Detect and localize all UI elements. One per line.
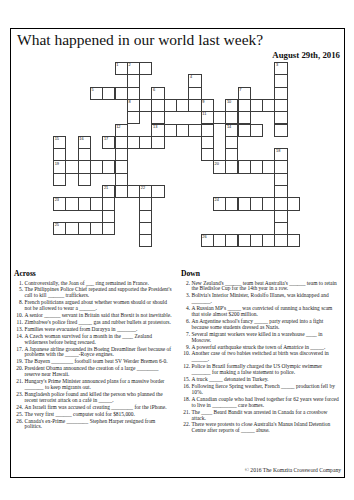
grid-cell-r7c14[interactable] [225,148,238,161]
clue-text: French politicians argued about whether … [25,300,175,312]
grid-cell-r14c14[interactable] [225,234,238,247]
clue-across-20: 20.President Obama announced the creatio… [14,366,174,378]
grid-cell-r10c6[interactable] [127,185,140,198]
grid-cell-r13c0[interactable]: 25 [53,222,66,235]
clue-text: A Canadian couple who had lived together… [192,397,342,409]
grid-cell-r11c16[interactable] [250,197,263,210]
clue-number: 7. [181,332,192,344]
clue-text: The ____ Beard Bandit was arrested in Ca… [192,410,342,422]
clue-text: Several migrant workers were killed in a… [192,332,342,344]
clue-down-21: 21.The ____ Beard Bandit was arrested in… [181,410,341,422]
grid-cell-r3c14[interactable]: 10 [225,99,238,112]
clue-text: The Philippines Police Chief repeated an… [25,287,175,299]
grid-cell-r5c15[interactable] [238,124,251,137]
grid-cell-r9c0[interactable] [53,173,66,186]
copyright-notice: © 2016 The Komzita Crossword Company [245,467,341,473]
clue-number: 2. [181,281,192,293]
cell-number: 12 [116,125,120,129]
grid-cell-r3c8[interactable] [151,99,164,112]
grid-cell-r5c9[interactable] [164,124,177,137]
grid-cell-r2c15[interactable]: 7 [238,87,251,100]
clue-across-14: 14.A Czech woman survived for a month in… [14,334,174,346]
grid-cell-r11c18[interactable] [274,197,287,210]
clue-text: A Russian MP's _____ was convicted of ru… [192,306,342,318]
clue-number: 3. [181,293,192,305]
clue-number: 24. [14,405,25,411]
clue-down-3: 3.Bolivia's Interior Minister, Rodolfo I… [181,293,341,305]
clue-number: 4. [181,306,192,318]
clue-number: 21. [14,379,25,391]
grid-cell-r1c18[interactable] [274,74,287,87]
grid-cell-r8c15[interactable] [238,160,251,173]
cell-number: 2 [128,63,130,67]
clue-down-16: 16.Following fierce Spring weather, Fren… [181,384,341,396]
grid-cell-r10c4[interactable]: 21 [102,185,115,198]
cell-number: 20 [215,162,219,166]
grid-cell-r10c18[interactable] [274,185,287,198]
clue-number: 16. [181,384,192,396]
clue-number: 26. [14,419,25,431]
grid-cell-r10c5[interactable] [115,185,128,198]
grid-cell-r1c6[interactable] [127,74,140,87]
clue-across-8: 8.French politicians argued about whethe… [14,300,174,312]
grid-cell-r8c17[interactable] [262,160,275,173]
grid-cell-r3c10[interactable] [176,99,189,112]
page-border: What happened in our world last week? Au… [10,28,345,478]
grid-cell-r6c12[interactable] [201,136,214,149]
grid-cell-r14c12[interactable]: 26 [201,234,214,247]
grid-cell-r14c17[interactable] [262,234,275,247]
grid-cell-r5c12[interactable] [201,124,214,137]
grid-cell-r6c5[interactable] [115,136,128,149]
down-clue-list: 2.New Zealand's ______ team beat Austral… [181,281,341,435]
grid-cell-r6c2[interactable]: 16 [78,136,91,149]
clue-text: Bolivia's Interior Minister, Rodolfo Ill… [192,293,342,305]
grid-cell-r13c1[interactable] [65,222,78,235]
grid-cell-r2c6[interactable] [127,87,140,100]
down-header: Down [181,269,341,278]
grid-cell-r2c3[interactable]: 5 [90,87,103,100]
grid-cell-r13c4[interactable] [102,222,115,235]
grid-cell-r1c11[interactable]: 4 [188,74,201,87]
grid-cell-r13c7[interactable] [139,222,152,235]
grid-cell-r8c1[interactable] [65,160,78,173]
cell-number: 5 [92,88,94,92]
grid-cell-r8c14[interactable] [225,160,238,173]
grid-cell-r14c16[interactable] [250,234,263,247]
clue-text: Following fierce Spring weather, French … [192,384,342,396]
grid-cell-r3c18[interactable] [274,99,287,112]
clue-text: The very first ______ computer sold for … [25,412,175,418]
cell-number: 15 [55,137,59,141]
grid-cell-r7c12[interactable] [201,148,214,161]
grid-cell-r0c18[interactable]: 3 [274,62,287,75]
crossword-grid: 1234567891011121314151617181920212223242… [53,62,301,249]
cell-number: 13 [153,125,157,129]
grid-cell-r4c12[interactable]: 11 [201,111,214,124]
clue-text: New Zealand's ______ team beat Australia… [192,281,342,293]
cell-number: 23 [55,198,59,202]
clue-down-12: 12.Police in Brazil formally charged the… [181,364,341,376]
grid-cell-r3c7[interactable] [139,99,152,112]
grid-cell-r6c4[interactable]: 17 [102,136,115,149]
clue-across-11: 11.Zimbabwe's police fired _____ gas and… [14,320,174,326]
grid-cell-r12c4[interactable] [102,210,115,223]
clue-text: A Japanese airline grounded its Boeing D… [25,347,175,359]
clue-down-6: 6.An Argentine school's fancy _____ part… [181,319,341,331]
clue-text: Families were evacuated from Darayya in … [25,327,175,333]
grid-cell-r13c2[interactable] [78,222,91,235]
grid-cell-r3c16[interactable] [250,99,263,112]
cell-number: 3 [276,63,278,67]
grid-cell-r5c18[interactable] [274,124,287,137]
across-column: Across 1.Controversially, the Joan of __… [14,269,174,435]
grid-cell-r4c13[interactable] [213,111,226,124]
grid-cell-r3c17[interactable] [262,99,275,112]
grid-cell-r5c10[interactable] [176,124,189,137]
grid-cell-r9c5[interactable] [115,173,128,186]
grid-cell-r4c15[interactable] [238,111,251,124]
cell-number: 6 [153,88,155,92]
clue-number: 8. [14,300,25,312]
grid-cell-r5c11[interactable] [188,124,201,137]
clue-across-26: 26.Canada's ex-Prime ________ Stephen Ha… [14,419,174,431]
grid-cell-r7c18[interactable]: 18 [274,148,287,161]
grid-cell-r11c15[interactable] [238,197,251,210]
grid-cell-r4c6[interactable] [127,111,140,124]
grid-cell-r11c13[interactable]: 24 [213,197,226,210]
grid-cell-r7c0[interactable] [53,148,66,161]
cell-number: 14 [227,125,231,129]
grid-cell-r4c18[interactable] [274,111,287,124]
clue-text: Bangladesh police found and killed the p… [25,392,175,404]
clue-across-25: 25.The very first ______ computer sold f… [14,412,174,418]
cell-number: 10 [227,100,231,104]
clue-number: 11. [14,320,25,326]
grid-cell-r14c13[interactable] [213,234,226,247]
grid-cell-r3c15[interactable] [238,99,251,112]
clue-text: An Israeli firm was accused of creating … [25,405,175,411]
grid-cell-r0c7[interactable] [139,62,152,75]
clue-number: 10. [181,351,192,363]
clue-number: 12. [181,364,192,376]
grid-cell-r14c15[interactable] [238,234,251,247]
clue-across-17: 17.A Japanese airline grounded its Boein… [14,347,174,359]
clue-number: 20. [14,366,25,378]
clue-number: 23. [14,392,25,404]
grid-cell-r13c18[interactable] [274,222,287,235]
clue-across-23: 23.Bangladesh police found and killed th… [14,392,174,404]
grid-cell-r3c6[interactable]: 8 [127,99,140,112]
clue-text: Hungary's Prime Minister announced plans… [25,379,175,391]
grid-cell-r4c14[interactable] [225,111,238,124]
grid-cell-r5c8[interactable]: 13 [151,124,164,137]
down-column: Down 2.New Zealand's ______ team beat Au… [181,269,341,435]
grid-cell-r8c16[interactable] [250,160,263,173]
grid-cell-r11c19[interactable] [287,197,300,210]
grid-cell-r7c5[interactable] [115,148,128,161]
grid-cell-r3c12[interactable]: 9 [201,99,214,112]
clue-number: 6. [181,319,192,331]
clue-text: Canada's ex-Prime ________ Stephen Harpe… [25,419,175,431]
grid-cell-r9c2[interactable] [78,173,91,186]
grid-cell-r2c8[interactable]: 6 [151,87,164,100]
grid-cell-r6c0[interactable]: 15 [53,136,66,149]
grid-cell-r11c17[interactable] [262,197,275,210]
cell-number: 18 [276,149,280,153]
clue-down-22: 22.There were protests to close Australi… [181,422,341,434]
clue-number: 22. [181,422,192,434]
clues-section: Across 1.Controversially, the Joan of __… [14,269,341,435]
cell-number: 24 [215,198,219,202]
grid-cell-r11c0[interactable]: 23 [53,197,66,210]
cell-number: 21 [104,186,108,190]
grid-cell-r6c6[interactable] [127,136,140,149]
clue-down-10: 10.Another case of two babies switched a… [181,351,341,363]
clue-across-13: 13.Families were evacuated from Darayya … [14,327,174,333]
grid-cell-r3c9[interactable] [164,99,177,112]
clue-number: 21. [181,410,192,422]
cell-number: 11 [202,112,206,116]
clue-across-5: 5.The Philippines Police Chief repeated … [14,287,174,299]
clue-down-2: 2.New Zealand's ______ team beat Austral… [181,281,341,293]
grid-cell-r4c8[interactable] [151,111,164,124]
grid-cell-r11c2[interactable] [78,197,91,210]
cell-number: 16 [79,137,83,141]
grid-cell-r8c0[interactable]: 19 [53,160,66,173]
grid-cell-r8c5[interactable] [115,160,128,173]
grid-cell-r8c18[interactable] [274,160,287,173]
clue-number: 17. [14,347,25,359]
clue-down-4: 4.A Russian MP's _____ was convicted of … [181,306,341,318]
cell-number: 19 [55,162,59,166]
grid-cell-r8c3[interactable] [90,160,103,173]
grid-cell-r8c2[interactable] [78,160,91,173]
grid-cell-r11c14[interactable] [225,197,238,210]
grid-cell-r11c3[interactable] [90,197,103,210]
grid-cell-r10c8[interactable] [151,185,164,198]
grid-cell-r13c3[interactable] [90,222,103,235]
grid-cell-r6c7[interactable] [139,136,152,149]
grid-cell-r5c14[interactable]: 14 [225,124,238,137]
cell-number: 4 [190,75,192,79]
grid-cell-r10c7[interactable]: 22 [139,185,152,198]
grid-cell-r5c5[interactable]: 12 [115,124,128,137]
clue-text: A Czech woman survived for a month in th… [25,334,175,346]
grid-cell-r2c18[interactable] [274,87,287,100]
grid-cell-r2c5[interactable] [115,87,128,100]
clue-across-21: 21.Hungary's Prime Minister announced pl… [14,379,174,391]
cell-number: 9 [202,100,204,104]
grid-cell-r9c18[interactable] [274,173,287,186]
cell-number: 26 [202,235,206,239]
grid-cell-r11c1[interactable] [65,197,78,210]
crossword-page: What happened in our world last week? Au… [0,0,354,500]
grid-cell-r8c4[interactable] [102,160,115,173]
clue-text: President Obama announced the creation o… [25,366,175,378]
grid-cell-r5c16[interactable] [250,124,263,137]
across-clue-list: 1.Controversially, the Joan of ___ ring … [14,281,174,431]
page-title: What happened in our world last week? [17,31,263,49]
grid-cell-r12c7[interactable] [139,210,152,223]
grid-cell-r6c8[interactable] [151,136,164,149]
cell-number: 1 [116,63,118,67]
cell-number: 25 [55,223,59,227]
clue-number: 13. [14,327,25,333]
clue-text: There were protests to close Australia's… [192,422,342,434]
grid-cell-r7c2[interactable] [78,148,91,161]
grid-cell-r3c11[interactable] [188,99,201,112]
grid-cell-r14c19[interactable] [287,234,300,247]
cell-number: 8 [128,100,130,104]
grid-cell-r0c6[interactable]: 2 [127,62,140,75]
grid-cell-r11c7[interactable] [139,197,152,210]
date-label: August 29th, 2016 [272,50,340,60]
cell-number: 22 [141,186,145,190]
clue-text: Another case of two babies switched at b… [192,351,342,363]
clue-text: Zimbabwe's police fired _____ gas and ru… [25,320,175,326]
grid-cell-r2c4[interactable] [102,87,115,100]
grid-cell-r2c11[interactable] [188,87,201,100]
cell-number: 17 [104,137,108,141]
across-header: Across [14,269,174,278]
grid-cell-r11c4[interactable] [102,197,115,210]
clue-number: 25. [14,412,25,418]
clue-number: 18. [181,397,192,409]
grid-cell-r0c5[interactable]: 1 [115,62,128,75]
grid-cell-r8c13[interactable]: 20 [213,160,226,173]
grid-cell-r6c14[interactable] [225,136,238,149]
cell-number: 7 [239,88,241,92]
grid-cell-r14c7[interactable] [139,234,152,247]
clue-across-24: 24.An Israeli firm was accused of creati… [14,405,174,411]
clue-text: An Argentine school's fancy _____ party … [192,319,342,331]
grid-cell-r14c18[interactable] [274,234,287,247]
clue-down-7: 7.Several migrant workers were killed in… [181,332,341,344]
clue-text: Police in Brazil formally charged the US… [192,364,342,376]
clue-down-18: 18.A Canadian couple who had lived toget… [181,397,341,409]
clue-number: 14. [14,334,25,346]
grid-cell-r12c18[interactable] [274,210,287,223]
clue-number: 5. [14,287,25,299]
